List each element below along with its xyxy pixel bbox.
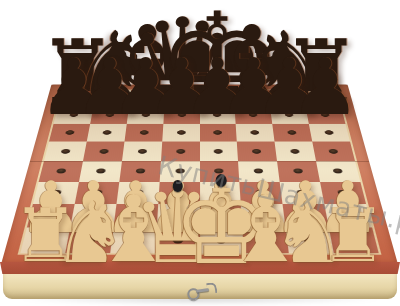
square-e5 <box>200 142 239 161</box>
square-g5 <box>275 142 316 161</box>
square-b5 <box>83 142 124 161</box>
square-c5 <box>122 142 162 161</box>
square-a5 <box>44 142 87 161</box>
product-photo: ♜♞♝♛♚♝♞♜♟♟♟♟♟♟♟♟♟♟♟♟♟♟♟♟♜♞♝♛♚♝♞♜ КупитьШ… <box>0 0 400 306</box>
piece-black-pawn-h7: ♟ <box>290 48 360 126</box>
square-d5 <box>161 142 200 161</box>
square-h5 <box>312 142 355 161</box>
piece-white-rook-h1: ♜ <box>320 198 386 272</box>
square-f5 <box>237 142 277 161</box>
